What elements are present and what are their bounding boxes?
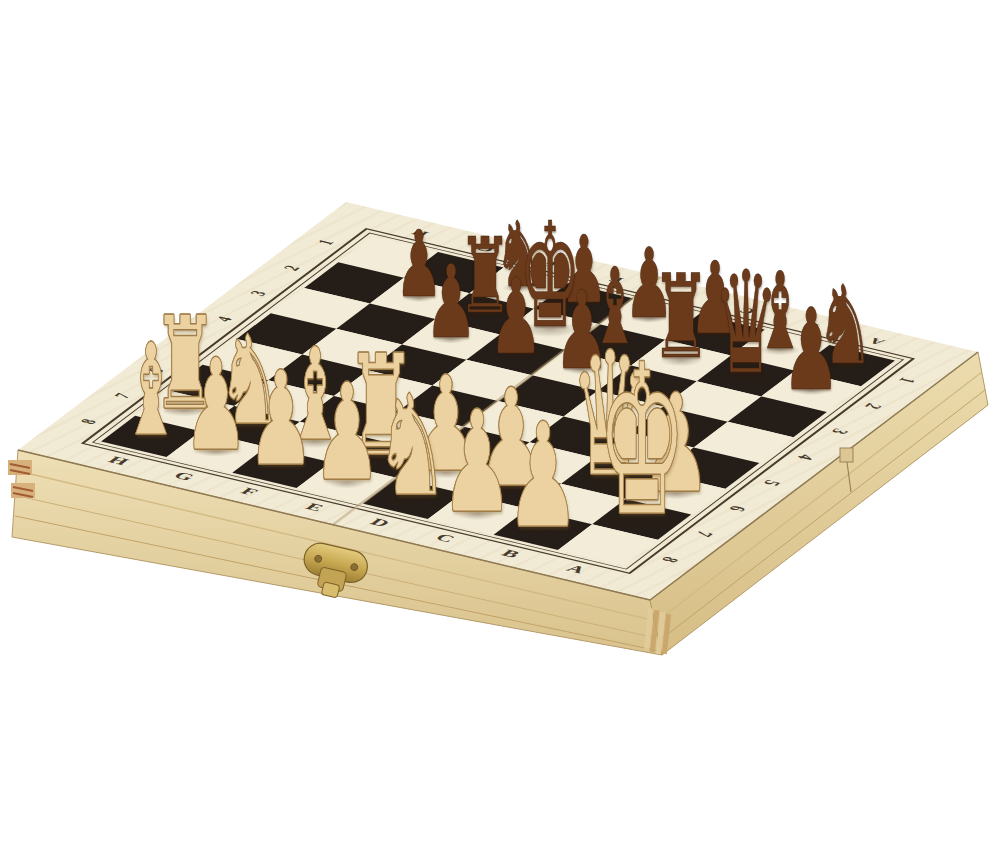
box-side-front-right — [650, 352, 988, 655]
product-photo-stage: HHGGFFEEDDCCBBAA8877665544332211 — [0, 0, 1000, 850]
wooden-box-sides — [0, 0, 1000, 850]
